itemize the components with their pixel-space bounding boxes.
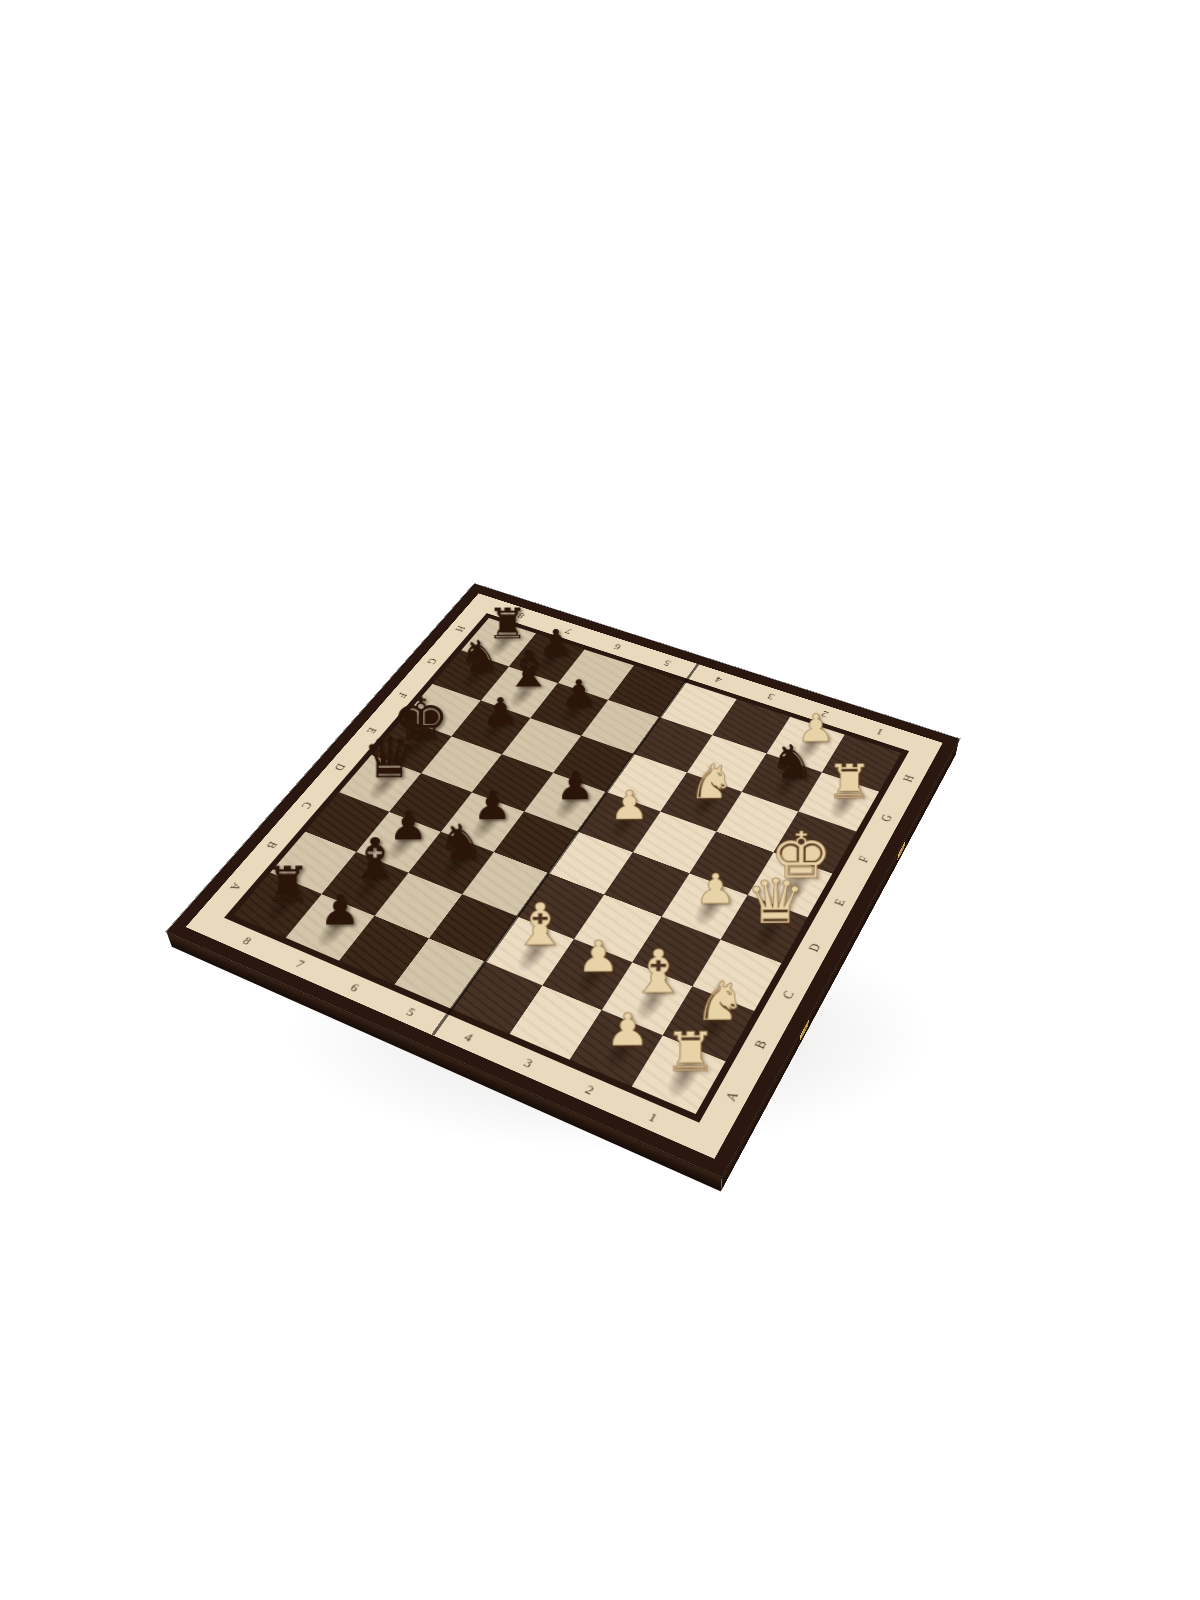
- piece-black-rook-a8[interactable]: ♜: [264, 860, 312, 909]
- piece-white-rook-g1[interactable]: ♜: [827, 758, 873, 805]
- piece-white-bishop-b2[interactable]: ♝: [629, 942, 689, 1003]
- piece-black-pawn-a7[interactable]: ♟: [320, 889, 362, 931]
- piece-black-bishop-b7[interactable]: ♝: [347, 831, 403, 888]
- piece-black-knight-g2[interactable]: ♞: [769, 738, 816, 785]
- rank-label: 4: [441, 1008, 497, 1067]
- piece-white-pawn-e4[interactable]: ♟: [610, 785, 650, 825]
- chess-board: ♜♛♚♞♜♟♝♟♟♝♟♞♟♟♟♝♟♟♞♟♝♟♞♟♜♞♛♚♜ AA88BB77CC…: [166, 584, 959, 1178]
- product-photo-canvas: ♜♛♚♞♜♟♝♟♟♝♟♞♟♟♟♝♟♟♞♟♝♟♞♟♜♞♛♚♜ AA88BB77CC…: [0, 0, 1200, 1600]
- rank-label: 5: [383, 984, 439, 1041]
- brass-latch-icon: [897, 840, 906, 861]
- piece-white-knight-f3[interactable]: ♞: [688, 758, 735, 806]
- piece-black-knight-c6[interactable]: ♞: [437, 817, 485, 866]
- rank-label: 3: [501, 1033, 556, 1094]
- piece-white-pawn-b3[interactable]: ♟: [577, 935, 620, 979]
- square-g2[interactable]: ♞: [742, 753, 822, 811]
- piece-black-bishop-g7[interactable]: ♝: [504, 644, 554, 695]
- piece-white-pawn-a2[interactable]: ♟: [606, 1007, 651, 1052]
- piece-black-knight-g8[interactable]: ♞: [458, 634, 501, 678]
- piece-black-pawn-f7[interactable]: ♟: [482, 693, 519, 731]
- piece-white-pawn-d2[interactable]: ♟: [695, 868, 737, 910]
- piece-white-bishop-b4[interactable]: ♝: [512, 896, 570, 955]
- scene-3d: ♜♛♚♞♜♟♝♟♟♝♟♞♟♟♟♝♟♟♞♟♝♟♞♟♜♞♛♚♜ AA88BB77CC…: [0, 0, 1200, 1600]
- piece-white-queen-d1[interactable]: ♛: [745, 871, 806, 933]
- piece-black-pawn-g6[interactable]: ♟: [561, 675, 598, 713]
- piece-black-queen-d8[interactable]: ♛: [362, 730, 418, 786]
- piece-black-pawn-e5[interactable]: ♟: [556, 766, 595, 806]
- brass-latch-icon: [799, 1019, 809, 1042]
- piece-white-rook-a1[interactable]: ♜: [664, 1025, 717, 1079]
